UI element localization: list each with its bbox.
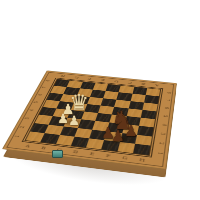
coord-label: 6 xyxy=(38,94,44,96)
square-e5 xyxy=(98,105,114,114)
square-a1 xyxy=(26,131,45,142)
square-g3 xyxy=(122,124,139,134)
coord-label: D xyxy=(114,80,119,83)
square-f5 xyxy=(112,107,128,116)
square-e1 xyxy=(86,138,104,149)
playing-area xyxy=(22,78,164,158)
coord-label: 1 xyxy=(156,152,163,155)
square-g1 xyxy=(117,142,135,153)
square-b3 xyxy=(49,116,67,126)
coord-label: 4 xyxy=(161,123,167,126)
coord-label: 5 xyxy=(162,115,168,118)
coord-label: A xyxy=(155,83,159,86)
coord-label: H xyxy=(61,74,66,77)
coord-label: B xyxy=(141,82,145,85)
square-e2 xyxy=(89,129,107,140)
square-c2 xyxy=(60,126,78,136)
coord-label: F xyxy=(88,77,92,80)
product-photo-scene: HGFEDCBA ABCDEFGH 87654321 87654321 ♛ ♟ … xyxy=(0,0,200,200)
square-e3 xyxy=(92,121,109,131)
square-d1 xyxy=(71,136,90,147)
square-h4 xyxy=(139,118,155,128)
coord-label: 3 xyxy=(25,117,31,120)
square-h3 xyxy=(137,126,154,136)
coord-label: 5 xyxy=(34,101,40,103)
square-h2 xyxy=(135,134,152,145)
coord-label: 3 xyxy=(159,132,165,135)
coord-label: 1 xyxy=(15,135,22,138)
coord-label: 8 xyxy=(46,80,52,82)
square-c1 xyxy=(56,135,75,146)
coord-label: 7 xyxy=(164,99,170,101)
square-d3 xyxy=(78,119,95,129)
coord-label: C xyxy=(128,81,132,84)
square-b2 xyxy=(45,124,63,134)
square-h1 xyxy=(133,144,151,155)
square-b4 xyxy=(53,108,70,117)
square-f3 xyxy=(107,123,124,133)
square-c4 xyxy=(67,110,84,119)
coord-label: 4 xyxy=(29,109,35,111)
coord-label: 7 xyxy=(42,86,48,88)
coord-label: A xyxy=(24,145,30,149)
square-g4 xyxy=(124,116,140,126)
coord-label: G xyxy=(74,76,79,79)
square-a2 xyxy=(30,123,49,133)
coord-label: 2 xyxy=(20,126,27,129)
square-f2 xyxy=(104,131,122,142)
coord-label: 8 xyxy=(166,91,171,93)
coord-label: D xyxy=(72,150,78,154)
coord-label: G xyxy=(122,156,128,160)
coord-label: B xyxy=(40,146,46,150)
clasp-latch-icon xyxy=(52,150,63,158)
square-d4 xyxy=(81,111,98,121)
coord-label: H xyxy=(139,158,145,163)
coord-label: E xyxy=(89,152,95,156)
square-b1 xyxy=(41,133,60,144)
coord-label: F xyxy=(105,154,110,158)
square-f4 xyxy=(110,115,127,125)
square-g2 xyxy=(120,133,137,144)
square-c3 xyxy=(63,118,81,128)
board-grid xyxy=(24,79,161,156)
coord-label: 6 xyxy=(163,107,169,109)
chess-board: HGFEDCBA ABCDEFGH 87654321 87654321 xyxy=(2,71,177,170)
square-g5 xyxy=(126,108,142,117)
coord-label: E xyxy=(101,78,105,81)
square-h5 xyxy=(141,110,157,119)
square-e4 xyxy=(95,113,112,123)
square-f1 xyxy=(101,140,119,151)
square-d2 xyxy=(74,128,92,138)
square-a3 xyxy=(35,115,53,125)
coord-label: 2 xyxy=(158,142,164,145)
